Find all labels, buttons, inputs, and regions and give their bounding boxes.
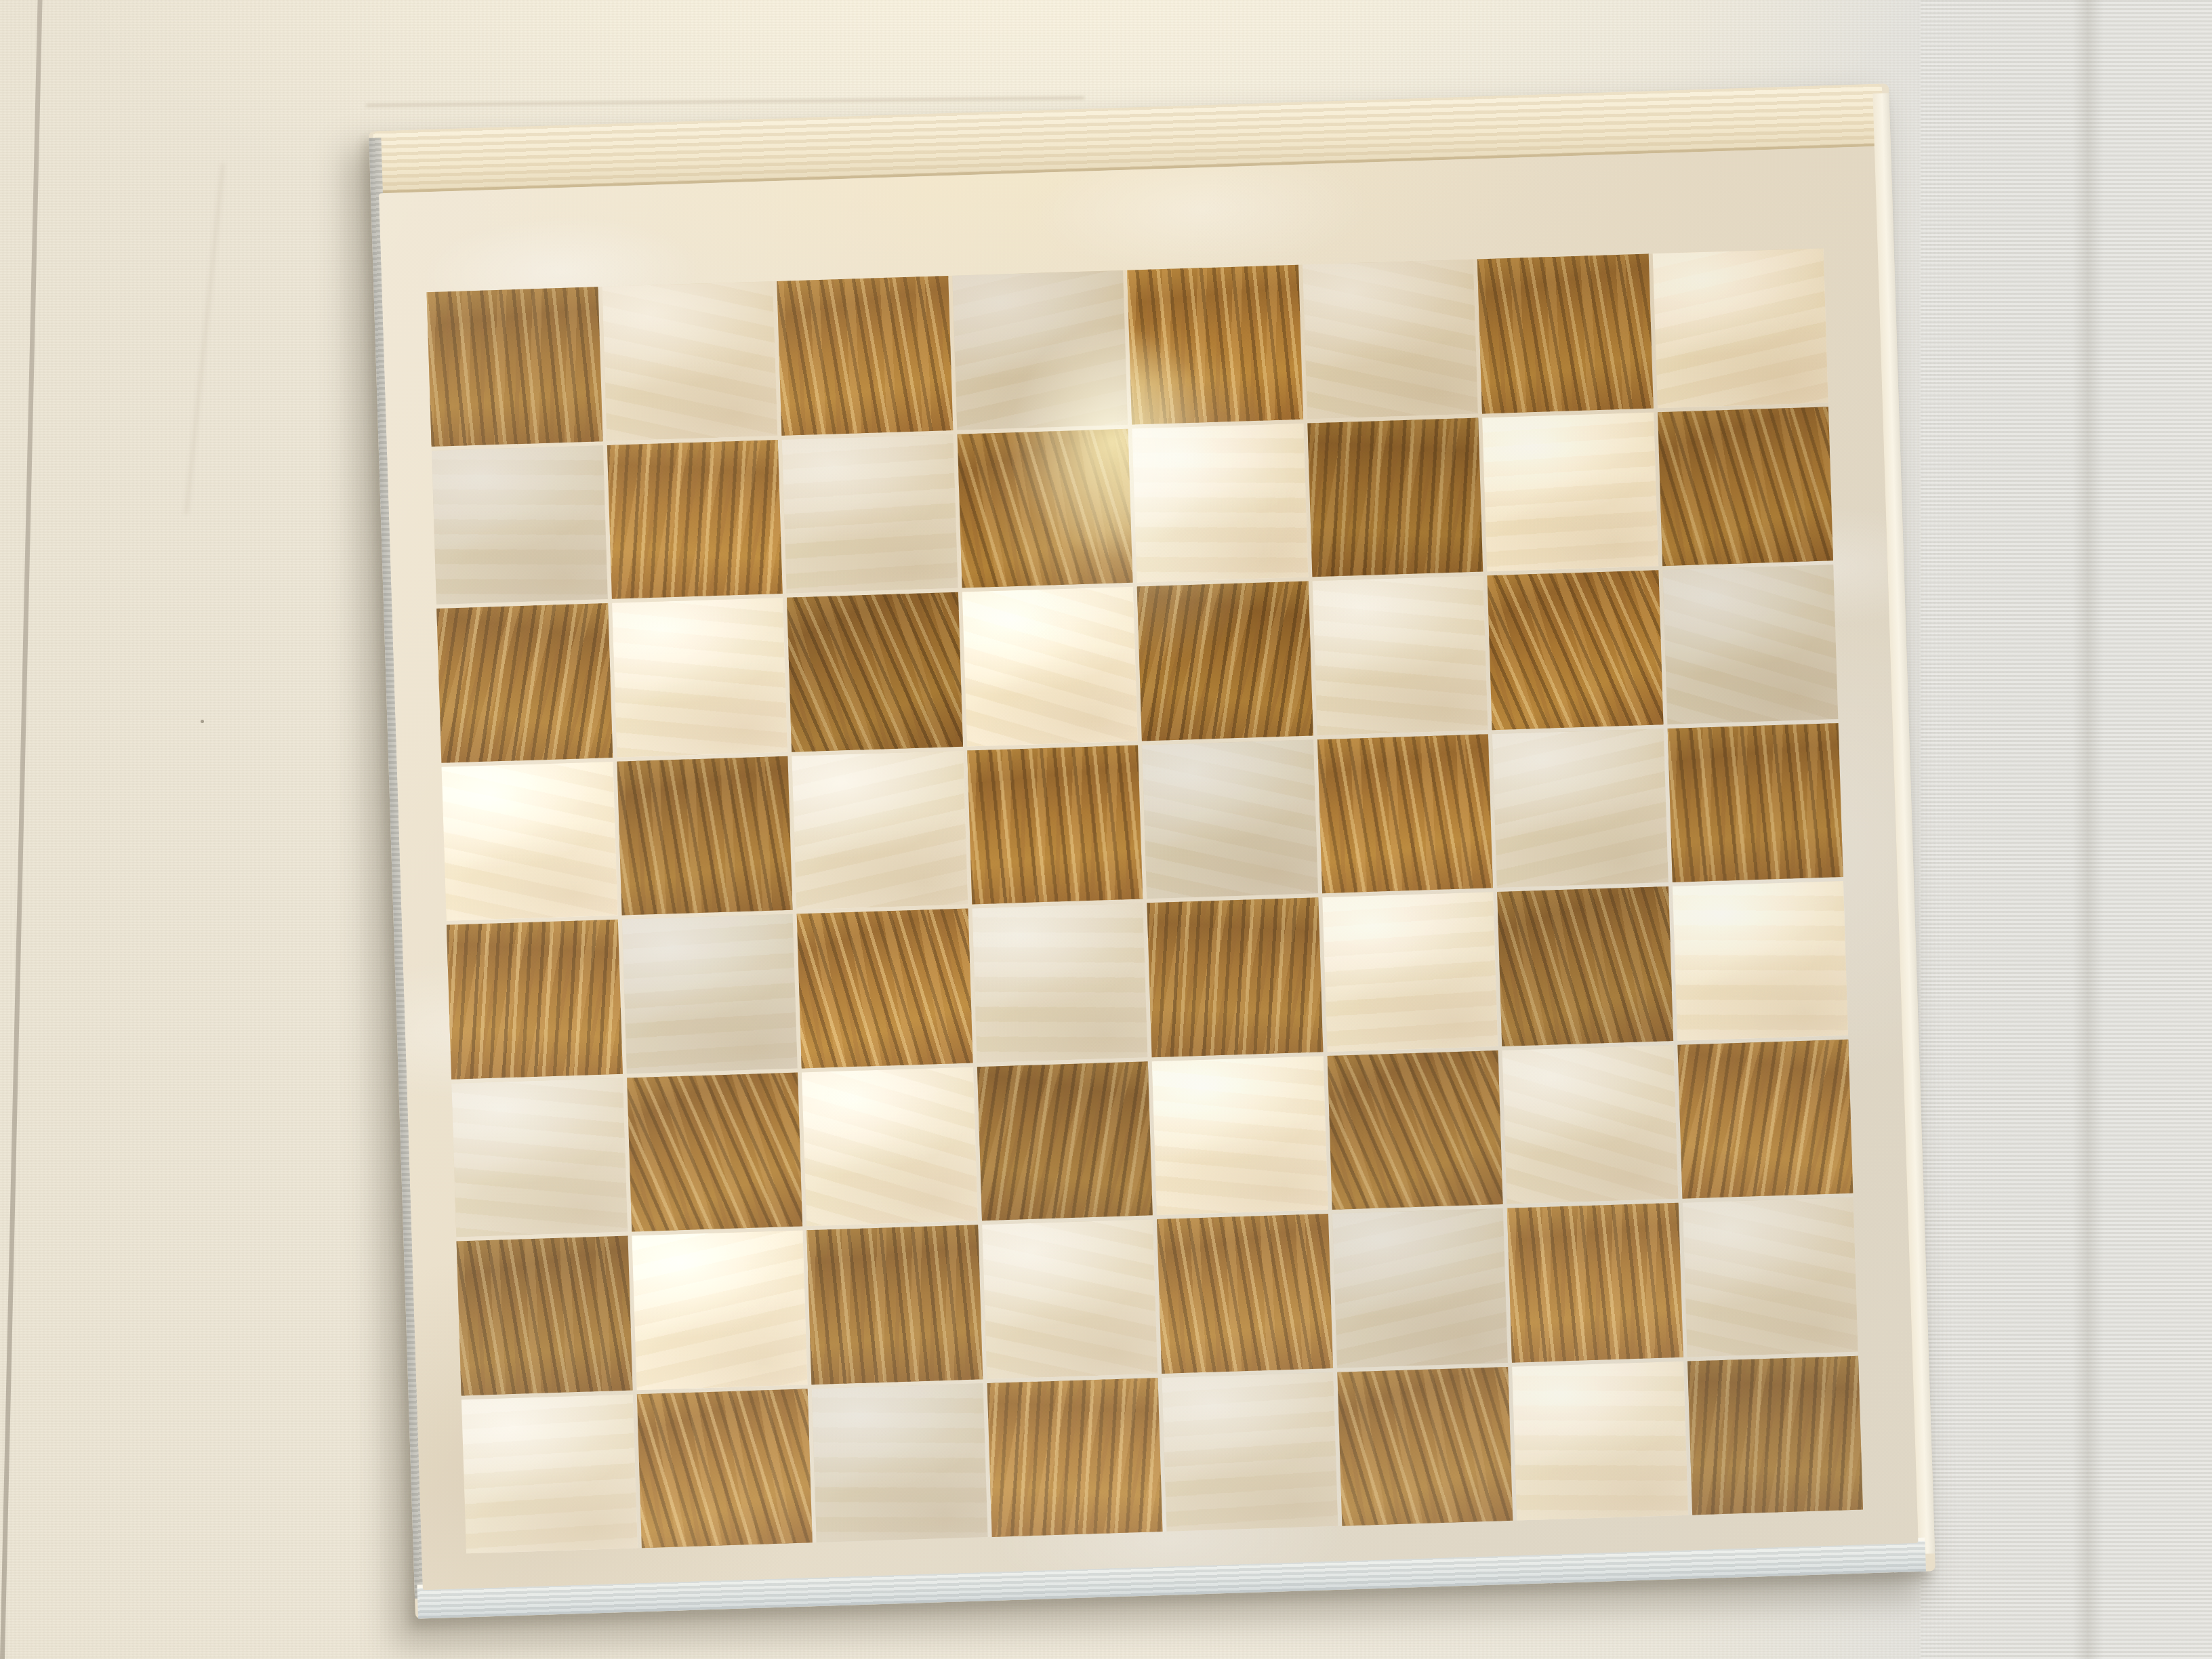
cloth-seam-left xyxy=(0,0,43,1659)
square-e1 xyxy=(1162,1372,1338,1531)
square-d3 xyxy=(977,1061,1153,1221)
square-c7 xyxy=(782,434,958,593)
square-c1 xyxy=(812,1383,988,1542)
square-f6 xyxy=(1312,575,1488,735)
square-c2 xyxy=(806,1225,983,1384)
square-c3 xyxy=(802,1067,978,1226)
square-e2 xyxy=(1157,1214,1333,1373)
square-h6 xyxy=(1662,565,1839,724)
dust-speck xyxy=(201,720,204,723)
board-grid xyxy=(427,248,1863,1553)
square-g2 xyxy=(1507,1203,1683,1362)
square-a7 xyxy=(432,445,608,605)
square-g4 xyxy=(1497,886,1673,1046)
square-a3 xyxy=(451,1078,628,1237)
square-b4 xyxy=(621,914,798,1073)
square-d4 xyxy=(972,903,1148,1062)
square-h4 xyxy=(1673,881,1849,1040)
square-d1 xyxy=(987,1378,1163,1537)
square-h5 xyxy=(1667,723,1843,882)
square-f5 xyxy=(1317,734,1493,893)
square-h2 xyxy=(1682,1197,1858,1357)
cloth-fold-right xyxy=(2072,0,2104,1659)
linen-cloth-right-ribbed-area xyxy=(1921,0,2212,1659)
square-a8 xyxy=(427,287,603,446)
cloth-crease-top-left xyxy=(185,163,224,514)
square-g1 xyxy=(1512,1361,1688,1520)
square-e4 xyxy=(1147,897,1323,1057)
square-h8 xyxy=(1652,248,1828,407)
board-body xyxy=(369,83,1935,1618)
square-c6 xyxy=(787,592,963,752)
square-d6 xyxy=(962,587,1138,746)
square-g8 xyxy=(1477,254,1654,413)
square-b6 xyxy=(612,598,788,757)
square-d2 xyxy=(982,1219,1158,1378)
square-b5 xyxy=(617,756,793,915)
square-d7 xyxy=(957,428,1133,588)
square-e3 xyxy=(1152,1056,1328,1215)
square-b2 xyxy=(632,1230,808,1389)
square-a6 xyxy=(436,603,613,762)
square-a4 xyxy=(447,920,623,1079)
square-f1 xyxy=(1337,1366,1513,1525)
square-d5 xyxy=(967,745,1143,904)
square-g6 xyxy=(1487,570,1663,729)
square-b3 xyxy=(627,1072,803,1231)
square-c5 xyxy=(792,750,968,909)
square-b8 xyxy=(602,281,778,441)
square-e6 xyxy=(1137,581,1313,741)
square-c8 xyxy=(777,276,953,435)
photo-scene xyxy=(0,0,2212,1659)
square-f2 xyxy=(1332,1208,1508,1368)
board-onyx-border-surface xyxy=(379,146,1919,1590)
chess-board xyxy=(369,83,1935,1618)
square-b7 xyxy=(607,440,783,599)
square-h7 xyxy=(1658,407,1834,566)
square-f8 xyxy=(1302,260,1478,419)
square-f3 xyxy=(1327,1050,1503,1210)
square-e5 xyxy=(1142,739,1318,899)
square-e7 xyxy=(1132,423,1308,582)
square-h1 xyxy=(1687,1355,1864,1515)
square-f7 xyxy=(1307,417,1483,577)
square-a1 xyxy=(462,1394,638,1553)
square-g5 xyxy=(1492,729,1668,888)
square-g3 xyxy=(1502,1044,1678,1204)
square-c4 xyxy=(797,909,973,1068)
square-a5 xyxy=(442,761,618,920)
square-a2 xyxy=(457,1236,633,1395)
square-h3 xyxy=(1677,1039,1853,1198)
square-b1 xyxy=(636,1389,813,1548)
square-e8 xyxy=(1127,265,1303,424)
square-g7 xyxy=(1482,412,1658,571)
cloth-crease-top xyxy=(366,96,1084,106)
square-d8 xyxy=(952,270,1128,430)
square-f4 xyxy=(1322,892,1498,1051)
